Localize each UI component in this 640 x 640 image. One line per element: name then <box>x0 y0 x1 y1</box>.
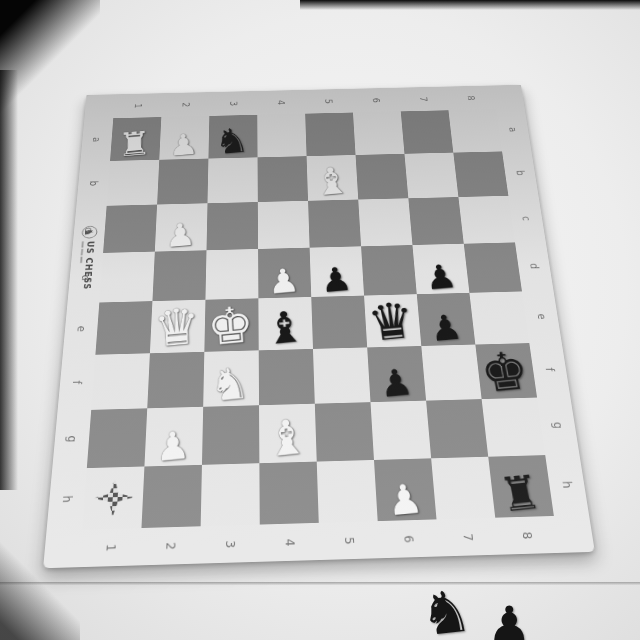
corner-star-motif <box>92 478 135 517</box>
square-f1 <box>91 353 150 410</box>
piece-white-pawn-h6: ♟ <box>385 478 425 522</box>
vinyl-mat: 12345678a♜♟♞ab♝bc♟cd♟♟♟de♛♚♝♛♟ef♞♟♚fg♟♝g… <box>43 85 595 568</box>
square-g3 <box>202 405 259 465</box>
table-seam-line <box>0 582 640 585</box>
square-b2 <box>157 159 208 205</box>
square-e5 <box>311 296 367 349</box>
square-d3 <box>205 249 258 300</box>
square-c6 <box>358 198 412 246</box>
piece-black-rook-h8: ♜ <box>496 468 544 518</box>
square-g5 <box>315 402 374 461</box>
piece-black-king-f8: ♚ <box>476 344 533 401</box>
square-g6 <box>370 401 431 460</box>
rank-label-6: 6 <box>352 88 401 113</box>
square-d6 <box>361 245 417 296</box>
square-e1 <box>95 301 152 355</box>
rank-label-3: 3 <box>200 525 260 564</box>
file-label-f: f <box>58 355 96 411</box>
square-d5: ♟ <box>310 246 364 297</box>
photo-vignette-left <box>0 70 18 490</box>
square-g7 <box>426 399 488 458</box>
square-c2: ♟ <box>155 203 208 251</box>
piece-white-pawn-d4: ♟ <box>267 263 301 299</box>
rank-label-8: 8 <box>446 86 496 111</box>
photo-canvas: 12345678a♜♟♞ab♝bc♟cd♟♟♟de♛♚♝♛♟ef♞♟♚fg♟♝g… <box>0 0 640 640</box>
square-a2: ♟ <box>159 116 209 160</box>
square-h6: ♟ <box>374 458 437 521</box>
piece-white-bishop-g4: ♝ <box>263 412 309 464</box>
square-h2 <box>141 465 201 528</box>
square-d8 <box>464 242 522 292</box>
piece-black-queen-e6: ♛ <box>365 295 418 349</box>
chessboard: 12345678a♜♟♞ab♝bc♟cd♟♟♟de♛♚♝♛♟ef♞♟♚fg♟♝g… <box>43 85 595 568</box>
piece-white-bishop-b5: ♝ <box>311 162 353 202</box>
rank-label-4: 4 <box>260 523 320 562</box>
rank-label-4: 4 <box>257 90 305 115</box>
file-label-h: h <box>47 468 87 531</box>
square-c3 <box>206 202 258 250</box>
square-a5 <box>305 113 355 157</box>
board-grid: 12345678a♜♟♞ab♝bc♟cd♟♟♟de♛♚♝♛♟ef♞♟♚fg♟♝g… <box>43 85 595 568</box>
captured-black-knight: ♞ <box>417 581 475 640</box>
piece-white-knight-f3: ♞ <box>209 360 251 407</box>
square-a4 <box>257 114 306 158</box>
piece-white-king-e3: ♚ <box>206 299 256 353</box>
square-e8 <box>469 291 529 344</box>
knight-logo-icon: ♞ <box>81 226 97 239</box>
piece-white-pawn-c2: ♟ <box>164 218 196 252</box>
square-g4: ♝ <box>259 404 317 464</box>
square-a3: ♞ <box>208 115 257 159</box>
square-b6 <box>356 154 409 200</box>
rank-label-7: 7 <box>399 87 449 112</box>
piece-black-knight-a3: ♞ <box>214 123 251 160</box>
square-e4: ♝ <box>258 297 313 350</box>
square-c8 <box>458 196 515 244</box>
square-g1 <box>87 408 147 468</box>
square-h7 <box>431 457 495 520</box>
square-c1 <box>103 205 157 253</box>
rank-label-1: 1 <box>113 93 162 118</box>
square-c7 <box>408 197 463 245</box>
file-label-b: b <box>76 161 110 207</box>
file-label-a: a <box>80 118 113 161</box>
square-f2 <box>147 352 204 409</box>
piece-white-pawn-g2: ♟ <box>155 425 190 467</box>
square-c4 <box>258 201 310 249</box>
mat-corner <box>84 94 115 119</box>
square-d1 <box>99 252 154 303</box>
square-a6 <box>353 111 404 155</box>
square-h3 <box>201 463 260 526</box>
square-e7: ♟ <box>417 293 476 346</box>
rank-label-2: 2 <box>140 526 201 565</box>
file-label-a: a <box>496 108 531 151</box>
piece-black-pawn-d7: ♟ <box>422 259 459 294</box>
photo-vignette-top <box>300 0 640 10</box>
piece-black-pawn-f6: ♟ <box>377 363 415 402</box>
square-b5: ♝ <box>307 155 359 201</box>
square-f4 <box>259 349 315 405</box>
file-label-g: g <box>52 410 91 469</box>
square-f5 <box>313 347 371 403</box>
square-e6: ♛ <box>364 294 421 347</box>
rank-label-7: 7 <box>437 518 500 557</box>
mat-corner <box>493 85 525 109</box>
square-b4 <box>258 156 309 202</box>
square-h5 <box>317 460 378 523</box>
square-b8 <box>453 151 508 197</box>
rank-label-2: 2 <box>161 92 210 117</box>
square-h4 <box>259 462 318 525</box>
piece-black-pawn-e7: ♟ <box>427 309 465 346</box>
square-d2 <box>152 250 206 301</box>
square-f3: ♞ <box>203 350 259 406</box>
square-f7 <box>421 345 481 401</box>
captured-black-pawn: ♟ <box>487 600 532 640</box>
square-a8 <box>448 109 502 152</box>
square-g8 <box>482 398 546 457</box>
square-e2: ♛ <box>150 300 206 354</box>
square-d7: ♟ <box>412 244 469 294</box>
piece-white-pawn-a2: ♟ <box>168 129 198 160</box>
square-h1 <box>82 466 144 529</box>
rank-label-1: 1 <box>79 528 141 567</box>
piece-white-queen-e2: ♛ <box>153 301 201 355</box>
square-g2: ♟ <box>144 407 203 467</box>
mat-corner <box>554 515 595 553</box>
square-h8: ♜ <box>488 455 554 518</box>
piece-black-bishop-e4: ♝ <box>262 305 306 352</box>
piece-white-rook-a1: ♜ <box>118 126 152 161</box>
square-d4: ♟ <box>258 248 311 299</box>
mat-corner <box>43 530 82 568</box>
rank-label-6: 6 <box>378 519 440 558</box>
square-b1 <box>107 160 160 206</box>
square-b3 <box>207 157 257 203</box>
square-b7 <box>404 153 458 199</box>
rank-label-5: 5 <box>304 89 353 114</box>
rank-label-5: 5 <box>319 521 380 560</box>
square-f6: ♟ <box>367 346 426 402</box>
square-f8: ♚ <box>475 343 537 399</box>
piece-black-pawn-d5: ♟ <box>319 262 354 298</box>
square-c5 <box>308 200 361 248</box>
square-a7 <box>401 110 454 154</box>
rank-label-3: 3 <box>209 91 257 116</box>
square-a1: ♜ <box>110 117 161 161</box>
square-e3: ♚ <box>204 298 258 351</box>
